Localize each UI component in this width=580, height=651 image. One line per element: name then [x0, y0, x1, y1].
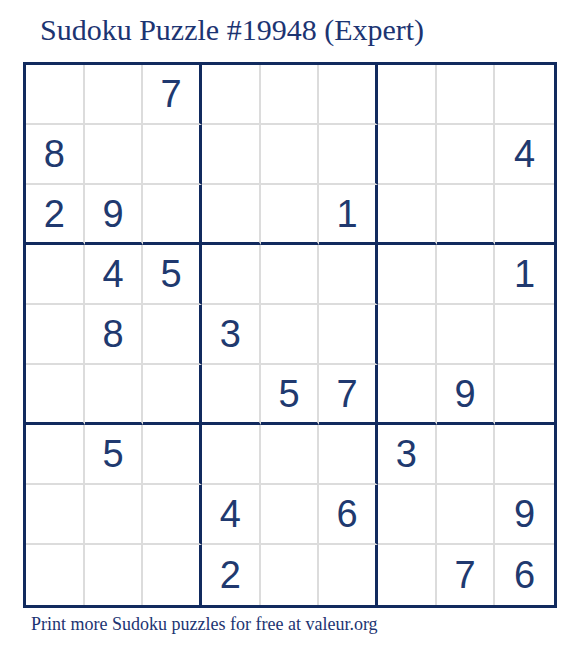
cell-r3c6-given[interactable]: 1 [319, 185, 378, 245]
cell-r6c3-empty[interactable] [143, 365, 202, 425]
cell-r4c6-empty[interactable] [319, 245, 378, 305]
cell-r4c5-empty[interactable] [261, 245, 320, 305]
cell-r5c7-empty[interactable] [378, 305, 437, 365]
cell-r5c8-empty[interactable] [437, 305, 496, 365]
cell-r6c8-given[interactable]: 9 [437, 365, 496, 425]
footer-text: Print more Sudoku puzzles for free at va… [31, 614, 378, 635]
cell-r1c8-empty[interactable] [437, 65, 496, 125]
cell-r5c3-empty[interactable] [143, 305, 202, 365]
cell-r7c6-empty[interactable] [319, 425, 378, 485]
cell-r3c7-empty[interactable] [378, 185, 437, 245]
cell-r3c9-empty[interactable] [495, 185, 554, 245]
cell-r9c8-given[interactable]: 7 [437, 545, 496, 605]
cell-r6c7-empty[interactable] [378, 365, 437, 425]
cell-r9c1-empty[interactable] [26, 545, 85, 605]
cell-r8c6-given[interactable]: 6 [319, 485, 378, 545]
cell-r2c6-empty[interactable] [319, 125, 378, 185]
cell-r6c5-given[interactable]: 5 [261, 365, 320, 425]
cell-r9c5-empty[interactable] [261, 545, 320, 605]
cell-r9c9-given[interactable]: 6 [495, 545, 554, 605]
cell-r7c5-empty[interactable] [261, 425, 320, 485]
cell-r1c4-empty[interactable] [202, 65, 261, 125]
cell-r4c9-given[interactable]: 1 [495, 245, 554, 305]
cell-r2c3-empty[interactable] [143, 125, 202, 185]
cell-r8c5-empty[interactable] [261, 485, 320, 545]
sudoku-page: Sudoku Puzzle #19948 (Expert) 7842914518… [0, 0, 580, 651]
cell-r2c5-empty[interactable] [261, 125, 320, 185]
cell-r8c9-given[interactable]: 9 [495, 485, 554, 545]
cell-r7c9-empty[interactable] [495, 425, 554, 485]
cell-r2c7-empty[interactable] [378, 125, 437, 185]
cell-r1c7-empty[interactable] [378, 65, 437, 125]
cell-r6c1-empty[interactable] [26, 365, 85, 425]
cell-r5c1-empty[interactable] [26, 305, 85, 365]
cell-r5c5-empty[interactable] [261, 305, 320, 365]
cell-r2c1-given[interactable]: 8 [26, 125, 85, 185]
cell-r4c1-empty[interactable] [26, 245, 85, 305]
cell-r8c4-given[interactable]: 4 [202, 485, 261, 545]
cell-r9c6-empty[interactable] [319, 545, 378, 605]
cell-r8c2-empty[interactable] [85, 485, 144, 545]
cell-r5c4-given[interactable]: 3 [202, 305, 261, 365]
cell-r5c9-empty[interactable] [495, 305, 554, 365]
cell-r8c1-empty[interactable] [26, 485, 85, 545]
cell-r3c5-empty[interactable] [261, 185, 320, 245]
cell-r7c8-empty[interactable] [437, 425, 496, 485]
cell-r8c7-empty[interactable] [378, 485, 437, 545]
cell-r5c6-empty[interactable] [319, 305, 378, 365]
cell-r6c2-empty[interactable] [85, 365, 144, 425]
cell-r3c4-empty[interactable] [202, 185, 261, 245]
cell-r9c3-empty[interactable] [143, 545, 202, 605]
cell-r4c4-empty[interactable] [202, 245, 261, 305]
cell-r9c4-given[interactable]: 2 [202, 545, 261, 605]
cell-r6c9-empty[interactable] [495, 365, 554, 425]
cell-r2c8-empty[interactable] [437, 125, 496, 185]
cell-r1c5-empty[interactable] [261, 65, 320, 125]
cell-r9c2-empty[interactable] [85, 545, 144, 605]
cell-r9c7-empty[interactable] [378, 545, 437, 605]
cell-r3c1-given[interactable]: 2 [26, 185, 85, 245]
page-title: Sudoku Puzzle #19948 (Expert) [40, 13, 424, 47]
cell-r1c9-empty[interactable] [495, 65, 554, 125]
cell-r2c4-empty[interactable] [202, 125, 261, 185]
cell-r7c3-empty[interactable] [143, 425, 202, 485]
cell-r4c2-given[interactable]: 4 [85, 245, 144, 305]
cell-r5c2-given[interactable]: 8 [85, 305, 144, 365]
cell-r6c6-given[interactable]: 7 [319, 365, 378, 425]
cell-r7c4-empty[interactable] [202, 425, 261, 485]
cell-r7c1-empty[interactable] [26, 425, 85, 485]
cell-r3c8-empty[interactable] [437, 185, 496, 245]
cell-r4c8-empty[interactable] [437, 245, 496, 305]
cell-r1c3-given[interactable]: 7 [143, 65, 202, 125]
cell-r2c9-given[interactable]: 4 [495, 125, 554, 185]
cell-r6c4-empty[interactable] [202, 365, 261, 425]
cell-r1c6-empty[interactable] [319, 65, 378, 125]
cell-r8c3-empty[interactable] [143, 485, 202, 545]
cell-r3c3-empty[interactable] [143, 185, 202, 245]
cell-r4c7-empty[interactable] [378, 245, 437, 305]
cell-r7c2-given[interactable]: 5 [85, 425, 144, 485]
cell-r4c3-given[interactable]: 5 [143, 245, 202, 305]
cell-r7c7-given[interactable]: 3 [378, 425, 437, 485]
sudoku-board: 7842914518357953469276 [23, 62, 557, 608]
cell-r1c2-empty[interactable] [85, 65, 144, 125]
cell-r2c2-empty[interactable] [85, 125, 144, 185]
cell-r8c8-empty[interactable] [437, 485, 496, 545]
cell-r1c1-empty[interactable] [26, 65, 85, 125]
cell-r3c2-given[interactable]: 9 [85, 185, 144, 245]
